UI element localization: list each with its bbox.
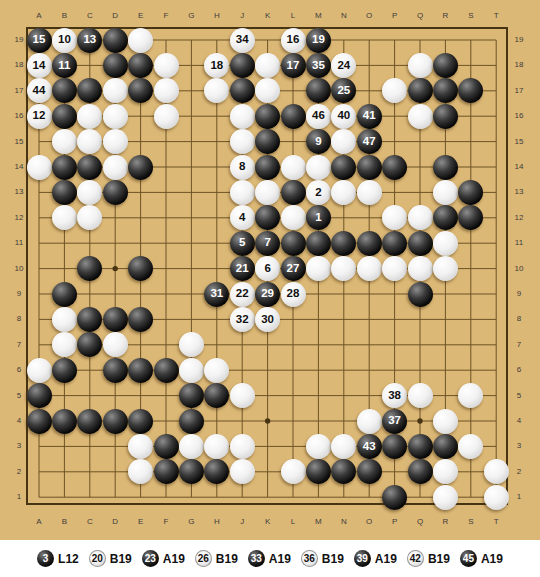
column-label: L — [291, 518, 295, 526]
go-stone-white — [128, 434, 153, 459]
go-stone-black: 9 — [306, 129, 331, 154]
row-label: 16 — [515, 112, 524, 120]
column-label: P — [392, 518, 397, 526]
go-stone-black — [128, 307, 153, 332]
go-stone-black — [408, 78, 433, 103]
go-stone-white: 30 — [255, 307, 280, 332]
caption-move: 39A19 — [354, 550, 397, 567]
go-stone-black: 31 — [204, 282, 229, 307]
go-stone-black: 13 — [77, 28, 102, 53]
column-label: S — [468, 12, 473, 20]
row-label: 1 — [517, 493, 521, 501]
column-label: N — [341, 12, 347, 20]
row-label: 5 — [17, 392, 21, 400]
go-stone-black — [382, 434, 407, 459]
column-label: N — [341, 518, 347, 526]
row-label: 8 — [17, 315, 21, 323]
column-label: A — [36, 518, 41, 526]
column-label: K — [265, 518, 270, 526]
go-stone-white — [408, 256, 433, 281]
go-stone-white — [154, 78, 179, 103]
go-stone-white — [357, 256, 382, 281]
go-stone-black — [179, 383, 204, 408]
go-stone-white — [281, 459, 306, 484]
go-stone-white — [154, 104, 179, 129]
column-label: F — [164, 12, 169, 20]
go-stone-white — [103, 78, 128, 103]
column-label: S — [468, 518, 473, 526]
caption-move: 42B19 — [407, 550, 450, 567]
row-label: 9 — [517, 290, 521, 298]
go-stone-white — [433, 409, 458, 434]
go-stone-white — [154, 53, 179, 78]
go-stone-white — [230, 129, 255, 154]
go-stone-white: 8 — [230, 155, 255, 180]
go-stone-black — [154, 459, 179, 484]
row-label: 12 — [15, 214, 24, 222]
go-stone-black — [408, 434, 433, 459]
row-label: 4 — [17, 417, 21, 425]
go-stone-black: 7 — [255, 231, 280, 256]
go-stone-black — [382, 231, 407, 256]
column-label: C — [87, 518, 93, 526]
caption-move-location: L12 — [58, 552, 79, 566]
go-stone-black — [52, 180, 77, 205]
caption-move: 33A19 — [248, 550, 291, 567]
go-stone-black — [103, 53, 128, 78]
go-stone-white — [230, 434, 255, 459]
go-stone-black — [103, 28, 128, 53]
go-stone-white — [52, 129, 77, 154]
column-label: L — [291, 12, 295, 20]
go-stone-black — [103, 358, 128, 383]
column-label: T — [494, 12, 499, 20]
go-stone-black — [128, 358, 153, 383]
go-stone-white — [204, 358, 229, 383]
row-label: 13 — [515, 188, 524, 196]
go-stone-white — [77, 104, 102, 129]
go-stone-white — [433, 256, 458, 281]
go-stone-white — [103, 332, 128, 357]
go-stone-black — [52, 155, 77, 180]
go-stone-black — [103, 307, 128, 332]
go-stone-white: 16 — [281, 28, 306, 53]
caption-stone-white: 26 — [195, 550, 212, 567]
row-label: 2 — [17, 468, 21, 476]
row-label: 13 — [15, 188, 24, 196]
caption-stone-black: 3 — [37, 550, 54, 567]
go-stone-black — [179, 409, 204, 434]
column-label: B — [62, 12, 67, 20]
go-stone-white — [306, 256, 331, 281]
caption-move: 26B19 — [195, 550, 238, 567]
column-label: K — [265, 12, 270, 20]
go-stone-black — [27, 383, 52, 408]
star-point — [417, 418, 422, 423]
column-label: R — [443, 518, 449, 526]
column-label: P — [392, 12, 397, 20]
go-stone-white — [103, 155, 128, 180]
go-stone-white: 34 — [230, 28, 255, 53]
go-stone-black: 43 — [357, 434, 382, 459]
go-stone-white — [433, 485, 458, 510]
caption-move-location: A19 — [163, 552, 185, 566]
go-stone-black — [382, 485, 407, 510]
caption-move: 20B19 — [89, 550, 132, 567]
row-label: 3 — [17, 442, 21, 450]
go-stone-black — [306, 231, 331, 256]
go-stone-white — [484, 459, 509, 484]
go-stone-black — [52, 104, 77, 129]
row-label: 17 — [515, 87, 524, 95]
go-stone-black — [433, 434, 458, 459]
go-stone-black — [382, 155, 407, 180]
caption-move: 36B19 — [301, 550, 344, 567]
go-stone-white: 28 — [281, 282, 306, 307]
row-label: 7 — [17, 341, 21, 349]
column-label: F — [164, 518, 169, 526]
row-label: 17 — [15, 87, 24, 95]
caption-move-location: B19 — [428, 552, 450, 566]
go-stone-black: 11 — [52, 53, 77, 78]
column-label: D — [112, 518, 118, 526]
row-label: 9 — [17, 290, 21, 298]
go-stone-white — [255, 180, 280, 205]
go-stone-black — [128, 155, 153, 180]
go-stone-white: 32 — [230, 307, 255, 332]
row-label: 7 — [517, 341, 521, 349]
go-stone-white — [357, 409, 382, 434]
row-label: 18 — [15, 61, 24, 69]
row-label: 14 — [15, 163, 24, 171]
go-stone-black: 17 — [281, 53, 306, 78]
row-label: 15 — [15, 138, 24, 146]
go-stone-black — [52, 358, 77, 383]
caption-move-location: A19 — [481, 552, 503, 566]
row-label: 6 — [17, 366, 21, 374]
go-stone-white: 2 — [306, 180, 331, 205]
caption-stone-white: 20 — [89, 550, 106, 567]
go-stone-black — [433, 155, 458, 180]
go-stone-black — [281, 104, 306, 129]
caption-move-location: B19 — [216, 552, 238, 566]
column-label: B — [62, 518, 67, 526]
row-label: 3 — [517, 442, 521, 450]
go-stone-white — [230, 104, 255, 129]
go-stone-white — [433, 180, 458, 205]
go-stone-black — [103, 409, 128, 434]
caption-stone-white: 36 — [301, 550, 318, 567]
go-board: AABBCCDDEEFFGGHHJJKKLLMMNNOOPPQQRRSSTT19… — [0, 0, 540, 540]
go-stone-white — [357, 180, 382, 205]
column-label: Q — [417, 12, 423, 20]
go-stone-black — [77, 155, 102, 180]
go-stone-black — [255, 104, 280, 129]
column-label: G — [188, 12, 194, 20]
go-stone-black: 41 — [357, 104, 382, 129]
caption-stone-black: 33 — [248, 550, 265, 567]
column-label: O — [366, 518, 372, 526]
column-label: C — [87, 12, 93, 20]
go-stone-black: 35 — [306, 53, 331, 78]
go-stone-black — [357, 231, 382, 256]
go-stone-black — [281, 231, 306, 256]
go-stone-black: 15 — [27, 28, 52, 53]
column-label: R — [443, 12, 449, 20]
go-stone-black — [331, 231, 356, 256]
go-stone-white: 44 — [27, 78, 52, 103]
row-label: 5 — [517, 392, 521, 400]
go-stone-black — [255, 155, 280, 180]
go-stone-white — [281, 205, 306, 230]
go-stone-white — [179, 434, 204, 459]
go-stone-black — [77, 409, 102, 434]
column-label: G — [188, 518, 194, 526]
go-stone-white — [230, 180, 255, 205]
caption-stone-black: 39 — [354, 550, 371, 567]
go-stone-black: 29 — [255, 282, 280, 307]
row-label: 19 — [515, 36, 524, 44]
go-stone-white: 14 — [27, 53, 52, 78]
go-stone-black — [128, 409, 153, 434]
row-label: 12 — [515, 214, 524, 222]
go-stone-white — [408, 205, 433, 230]
go-stone-black — [357, 459, 382, 484]
row-label: 11 — [515, 239, 523, 247]
caption-move-location: B19 — [110, 552, 132, 566]
go-stone-black — [408, 459, 433, 484]
column-label: O — [366, 12, 372, 20]
go-stone-white — [306, 434, 331, 459]
row-label: 1 — [17, 493, 21, 501]
column-label: M — [315, 12, 322, 20]
go-stone-white — [281, 155, 306, 180]
caption-move-location: A19 — [269, 552, 291, 566]
column-label: A — [36, 12, 41, 20]
row-label: 2 — [517, 468, 521, 476]
go-stone-black — [52, 409, 77, 434]
go-stone-white — [408, 53, 433, 78]
move-caption: 3L1220B1923A1926B1933A1936B1939A1942B194… — [0, 540, 540, 577]
go-stone-white — [306, 155, 331, 180]
caption-stone-black: 45 — [460, 550, 477, 567]
go-stone-black — [230, 78, 255, 103]
go-stone-black — [103, 180, 128, 205]
go-stone-white — [408, 104, 433, 129]
go-stone-white — [103, 129, 128, 154]
go-stone-white — [128, 28, 153, 53]
go-stone-white: 12 — [27, 104, 52, 129]
go-stone-white — [179, 358, 204, 383]
go-stone-black — [128, 53, 153, 78]
row-label: 10 — [15, 265, 24, 273]
column-label: Q — [417, 518, 423, 526]
column-label: M — [315, 518, 322, 526]
go-stone-white: 46 — [306, 104, 331, 129]
go-stone-black — [154, 434, 179, 459]
column-label: J — [240, 518, 244, 526]
go-stone-black — [27, 409, 52, 434]
go-stone-white — [103, 104, 128, 129]
go-stone-white: 40 — [331, 104, 356, 129]
go-stone-white: 4 — [230, 205, 255, 230]
go-stone-black — [154, 358, 179, 383]
go-stone-black — [281, 180, 306, 205]
column-label: T — [494, 518, 499, 526]
column-label: D — [112, 12, 118, 20]
go-stone-white — [52, 307, 77, 332]
row-label: 15 — [515, 138, 524, 146]
star-point — [113, 266, 118, 271]
row-label: 16 — [15, 112, 24, 120]
row-label: 6 — [517, 366, 521, 374]
column-label: E — [138, 518, 143, 526]
go-stone-white — [255, 53, 280, 78]
row-label: 11 — [15, 239, 23, 247]
go-stone-white — [27, 358, 52, 383]
go-stone-white — [433, 231, 458, 256]
go-stone-black — [331, 155, 356, 180]
caption-move-location: A19 — [375, 552, 397, 566]
go-stone-black — [408, 231, 433, 256]
row-label: 19 — [15, 36, 24, 44]
go-stone-white — [230, 459, 255, 484]
go-stone-black: 21 — [230, 256, 255, 281]
caption-stone-black: 23 — [142, 550, 159, 567]
row-label: 18 — [515, 61, 524, 69]
caption-stone-white: 42 — [407, 550, 424, 567]
go-stone-black — [433, 104, 458, 129]
column-label: H — [214, 12, 220, 20]
go-stone-black: 27 — [281, 256, 306, 281]
star-point — [265, 418, 270, 423]
go-stone-black — [52, 282, 77, 307]
go-stone-black: 37 — [382, 409, 407, 434]
column-label: E — [138, 12, 143, 20]
column-label: J — [240, 12, 244, 20]
caption-move-location: B19 — [322, 552, 344, 566]
go-stone-black: 5 — [230, 231, 255, 256]
row-label: 8 — [517, 315, 521, 323]
go-stone-black — [357, 155, 382, 180]
go-stone-white — [230, 383, 255, 408]
go-stone-white — [27, 155, 52, 180]
caption-move: 3L12 — [37, 550, 79, 567]
row-label: 10 — [515, 265, 524, 273]
go-stone-black: 47 — [357, 129, 382, 154]
caption-move: 45A19 — [460, 550, 503, 567]
caption-move: 23A19 — [142, 550, 185, 567]
column-label: H — [214, 518, 220, 526]
go-stone-black — [230, 53, 255, 78]
go-stone-black — [433, 53, 458, 78]
row-label: 14 — [515, 163, 524, 171]
go-stone-black: 19 — [306, 28, 331, 53]
go-stone-white — [408, 383, 433, 408]
go-stone-white: 10 — [52, 28, 77, 53]
go-stone-white: 22 — [230, 282, 255, 307]
go-stone-white — [484, 485, 509, 510]
go-stone-black — [408, 282, 433, 307]
row-label: 4 — [517, 417, 521, 425]
